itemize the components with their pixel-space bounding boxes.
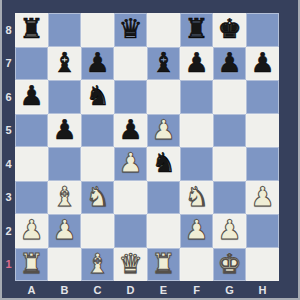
square-e8[interactable]: [147, 13, 180, 47]
square-g4[interactable]: [213, 147, 246, 181]
black-rook[interactable]: ♜: [184, 15, 208, 42]
square-f4[interactable]: [180, 147, 213, 181]
file-label-h: H: [246, 281, 279, 298]
square-h8[interactable]: [246, 13, 279, 47]
rank-label-5: 5: [2, 114, 15, 148]
file-label-e: E: [147, 281, 180, 298]
square-b7[interactable]: ♝: [48, 47, 81, 81]
square-g6[interactable]: [213, 80, 246, 114]
square-f3[interactable]: ♞: [180, 181, 213, 215]
square-b3[interactable]: ♝: [48, 181, 81, 215]
rank-label-1: 1: [2, 248, 15, 282]
black-rook[interactable]: ♜: [19, 15, 43, 42]
rank-label-8: 8: [2, 13, 15, 47]
black-pawn[interactable]: ♟: [85, 49, 109, 76]
black-queen[interactable]: ♛: [118, 15, 142, 42]
square-a7[interactable]: [15, 47, 48, 81]
square-e5[interactable]: ♟: [147, 114, 180, 148]
white-pawn[interactable]: ♟: [250, 183, 274, 210]
white-bishop[interactable]: ♝: [52, 183, 76, 210]
black-pawn[interactable]: ♟: [250, 49, 274, 76]
square-c3[interactable]: ♞: [81, 181, 114, 215]
chess-board[interactable]: ♜♛♜♚♝♟♝♟♟♟♟♞♟♟♟♟♞♝♞♞♟♟♟♟♟♜♝♛♜♚: [15, 13, 279, 281]
square-h7[interactable]: ♟: [246, 47, 279, 81]
square-c4[interactable]: [81, 147, 114, 181]
square-d7[interactable]: [114, 47, 147, 81]
white-pawn[interactable]: ♟: [151, 116, 175, 143]
black-knight[interactable]: ♞: [85, 82, 109, 109]
square-h5[interactable]: [246, 114, 279, 148]
square-c1[interactable]: ♝: [81, 248, 114, 282]
square-g1[interactable]: ♚: [213, 248, 246, 282]
square-h3[interactable]: ♟: [246, 181, 279, 215]
square-f6[interactable]: [180, 80, 213, 114]
square-g7[interactable]: ♟: [213, 47, 246, 81]
white-king[interactable]: ♚: [217, 250, 241, 277]
black-bishop[interactable]: ♝: [52, 49, 76, 76]
square-e4[interactable]: ♞: [147, 147, 180, 181]
square-d6[interactable]: [114, 80, 147, 114]
square-d3[interactable]: [114, 181, 147, 215]
square-f2[interactable]: ♟: [180, 214, 213, 248]
square-e7[interactable]: ♝: [147, 47, 180, 81]
square-a1[interactable]: ♜: [15, 248, 48, 282]
white-pawn[interactable]: ♟: [52, 216, 76, 243]
square-b4[interactable]: [48, 147, 81, 181]
rank-label-3: 3: [2, 181, 15, 215]
square-c5[interactable]: [81, 114, 114, 148]
rank-labels: 87654321: [2, 13, 15, 281]
square-d5[interactable]: ♟: [114, 114, 147, 148]
black-knight[interactable]: ♞: [151, 149, 175, 176]
file-label-b: B: [48, 281, 81, 298]
square-b2[interactable]: ♟: [48, 214, 81, 248]
square-b8[interactable]: [48, 13, 81, 47]
square-h6[interactable]: [246, 80, 279, 114]
white-pawn[interactable]: ♟: [217, 216, 241, 243]
file-label-a: A: [15, 281, 48, 298]
square-e1[interactable]: ♜: [147, 248, 180, 282]
black-bishop[interactable]: ♝: [151, 49, 175, 76]
white-bishop[interactable]: ♝: [85, 250, 109, 277]
square-e6[interactable]: [147, 80, 180, 114]
white-pawn[interactable]: ♟: [19, 216, 43, 243]
file-labels: ABCDEFGH: [15, 281, 279, 298]
square-f8[interactable]: ♜: [180, 13, 213, 47]
square-a8[interactable]: ♜: [15, 13, 48, 47]
black-pawn[interactable]: ♟: [52, 116, 76, 143]
rank-label-4: 4: [2, 147, 15, 181]
square-g8[interactable]: ♚: [213, 13, 246, 47]
square-f5[interactable]: [180, 114, 213, 148]
white-queen[interactable]: ♛: [118, 250, 142, 277]
square-d8[interactable]: ♛: [114, 13, 147, 47]
black-pawn[interactable]: ♟: [184, 49, 208, 76]
square-g5[interactable]: [213, 114, 246, 148]
black-pawn[interactable]: ♟: [217, 49, 241, 76]
white-rook[interactable]: ♜: [19, 250, 43, 277]
square-d1[interactable]: ♛: [114, 248, 147, 282]
white-pawn[interactable]: ♟: [184, 216, 208, 243]
square-f7[interactable]: ♟: [180, 47, 213, 81]
file-label-c: C: [81, 281, 114, 298]
square-a3[interactable]: [15, 181, 48, 215]
square-c8[interactable]: [81, 13, 114, 47]
white-rook[interactable]: ♜: [151, 250, 175, 277]
square-c2[interactable]: [81, 214, 114, 248]
square-e3[interactable]: [147, 181, 180, 215]
square-b5[interactable]: ♟: [48, 114, 81, 148]
square-f1[interactable]: [180, 248, 213, 282]
rank-label-6: 6: [2, 80, 15, 114]
file-label-f: F: [180, 281, 213, 298]
square-g2[interactable]: ♟: [213, 214, 246, 248]
square-b1[interactable]: [48, 248, 81, 282]
square-c6[interactable]: ♞: [81, 80, 114, 114]
white-knight[interactable]: ♞: [85, 183, 109, 210]
square-h4[interactable]: [246, 147, 279, 181]
rank-label-2: 2: [2, 214, 15, 248]
file-label-g: G: [213, 281, 246, 298]
black-king[interactable]: ♚: [217, 15, 241, 42]
square-d4[interactable]: ♟: [114, 147, 147, 181]
square-e2[interactable]: [147, 214, 180, 248]
white-pawn[interactable]: ♟: [118, 149, 142, 176]
black-pawn[interactable]: ♟: [118, 116, 142, 143]
square-b6[interactable]: [48, 80, 81, 114]
chess-board-frame: 87654321 ♜♛♜♚♝♟♝♟♟♟♟♞♟♟♟♟♞♝♞♞♟♟♟♟♟♜♝♛♜♚ …: [0, 0, 300, 300]
square-c7[interactable]: ♟: [81, 47, 114, 81]
square-h2[interactable]: [246, 214, 279, 248]
square-a2[interactable]: ♟: [15, 214, 48, 248]
rank-label-7: 7: [2, 47, 15, 81]
file-label-d: D: [114, 281, 147, 298]
square-a5[interactable]: [15, 114, 48, 148]
square-a4[interactable]: [15, 147, 48, 181]
square-h1[interactable]: [246, 248, 279, 282]
square-a6[interactable]: ♟: [15, 80, 48, 114]
white-knight[interactable]: ♞: [184, 183, 208, 210]
black-pawn[interactable]: ♟: [19, 82, 43, 109]
square-d2[interactable]: [114, 214, 147, 248]
square-g3[interactable]: [213, 181, 246, 215]
